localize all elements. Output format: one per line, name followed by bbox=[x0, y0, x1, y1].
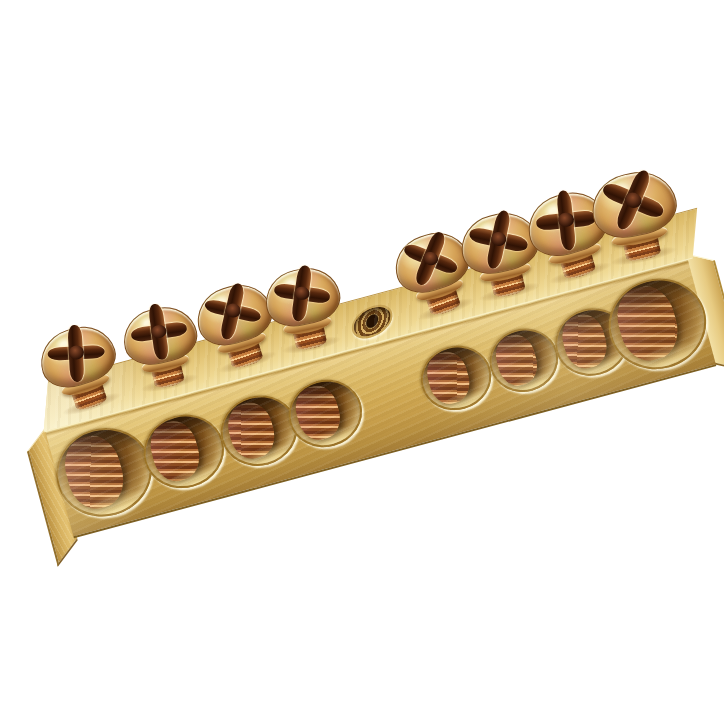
screw-head bbox=[33, 318, 123, 396]
recess-slot-vertical bbox=[148, 304, 169, 361]
terminal-bar bbox=[45, 258, 716, 536]
cross-recess bbox=[395, 227, 466, 290]
recess-slot-vertical bbox=[290, 265, 311, 322]
screw-thread-inside-hole bbox=[58, 430, 130, 514]
cross-recess bbox=[127, 305, 191, 358]
terminal-screw bbox=[259, 262, 347, 355]
recess-slot-vertical bbox=[68, 324, 85, 381]
cross-recess bbox=[45, 328, 106, 377]
screw-thread-inside-hole bbox=[291, 381, 346, 444]
cross-recess bbox=[199, 281, 267, 339]
cross-recess bbox=[592, 164, 673, 237]
screw-head bbox=[585, 165, 681, 244]
wire-hole bbox=[413, 338, 498, 418]
screw-thread-inside-hole bbox=[491, 330, 542, 389]
recess-slot-vertical bbox=[556, 190, 577, 251]
empty-threaded-hole bbox=[350, 300, 393, 343]
product-photo bbox=[0, 0, 724, 724]
terminal-screw bbox=[585, 165, 684, 267]
screw-thread-inside-hole bbox=[611, 281, 685, 367]
screw-thread-inside-hole bbox=[145, 416, 205, 485]
screw-head bbox=[259, 262, 344, 332]
screw-thread-inside-hole bbox=[222, 398, 279, 464]
cross-recess bbox=[269, 267, 333, 320]
screw-thread-inside-hole bbox=[422, 348, 474, 408]
screw-thread-inside-hole bbox=[557, 310, 612, 373]
screw-head bbox=[118, 300, 202, 370]
wire-hole bbox=[482, 321, 565, 400]
cross-recess bbox=[464, 209, 534, 269]
recess-slot-horizontal bbox=[48, 345, 105, 362]
